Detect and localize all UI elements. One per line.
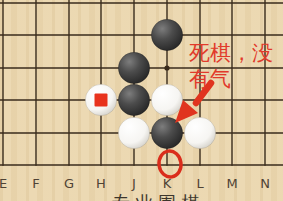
- coordinate-label-M: M: [226, 176, 237, 191]
- coordinate-label-F: F: [32, 176, 39, 191]
- go-board-screenshot: EFGHJKLMN 死棋，没 有气 专业围棋: [0, 0, 283, 201]
- annotation-text-line1: 死棋，没: [189, 40, 273, 66]
- black-stone-K5[interactable]: [151, 19, 182, 50]
- coordinate-label-G: G: [64, 176, 74, 191]
- coordinate-label-N: N: [260, 176, 270, 191]
- red-circle-liberty-mark: [157, 150, 182, 179]
- go-board[interactable]: [0, 0, 283, 201]
- white-stone-K3[interactable]: [151, 84, 182, 115]
- star-point: [164, 65, 169, 70]
- black-stone-J4[interactable]: [118, 52, 149, 83]
- watermark-partial: 专业围棋: [112, 191, 204, 201]
- annotation-text-line2: 有气: [189, 66, 273, 92]
- black-stone-J3[interactable]: [118, 84, 149, 115]
- coordinate-label-J: J: [132, 176, 136, 191]
- annotation-text: 死棋，没 有气: [189, 40, 273, 92]
- coordinate-label-H: H: [96, 176, 106, 191]
- coordinate-label-E: E: [0, 176, 7, 191]
- black-stone-K2[interactable]: [151, 117, 182, 148]
- coordinate-label-K: K: [163, 176, 172, 191]
- last-move-marker: [95, 94, 108, 107]
- star-points: [164, 65, 169, 70]
- white-stone-L2[interactable]: [184, 117, 215, 148]
- coordinate-label-L: L: [196, 176, 203, 191]
- white-stone-J2[interactable]: [118, 117, 149, 148]
